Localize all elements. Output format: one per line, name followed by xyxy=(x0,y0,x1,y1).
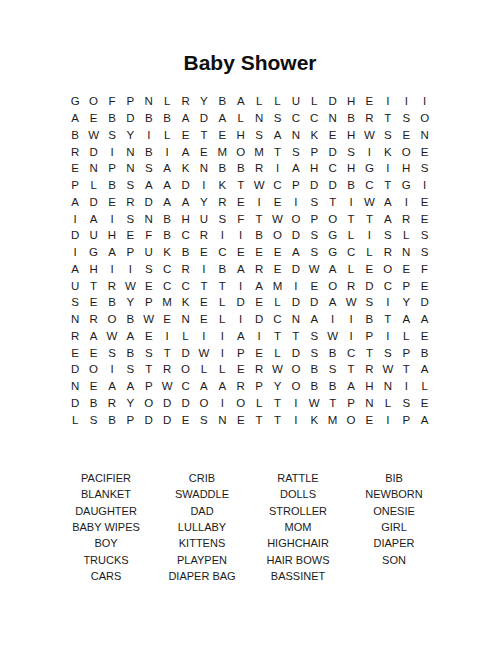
grid-cell: T xyxy=(140,361,158,378)
grid-cell: A xyxy=(415,411,433,428)
grid-cell: L xyxy=(232,110,250,127)
grid-cell: P xyxy=(103,160,121,177)
grid-cell: P xyxy=(121,93,139,110)
grid-cell: E xyxy=(305,277,323,294)
grid-cell: D xyxy=(195,110,213,127)
grid-cell: S xyxy=(379,127,397,144)
grid-cell: S xyxy=(415,160,433,177)
grid-cell: E xyxy=(103,194,121,211)
grid-cell: B xyxy=(213,261,231,278)
grid-cell: W xyxy=(121,277,139,294)
grid-cell: G xyxy=(84,244,102,261)
word-list-item: NEWBORN xyxy=(346,486,442,502)
grid-cell: I xyxy=(397,194,415,211)
grid-cell: N xyxy=(379,378,397,395)
grid-cell: I xyxy=(397,378,415,395)
grid-cell: B xyxy=(140,143,158,160)
grid-cell: E xyxy=(397,261,415,278)
grid-cell: L xyxy=(268,344,286,361)
grid-cell: S xyxy=(287,143,305,160)
grid-cell: R xyxy=(176,261,194,278)
grid-cell: E xyxy=(195,244,213,261)
grid-cell: U xyxy=(140,244,158,261)
grid-cell: S xyxy=(305,227,323,244)
grid-cell: C xyxy=(176,227,194,244)
grid-cell: D xyxy=(323,143,341,160)
grid-cell: E xyxy=(84,344,102,361)
grid-cell: K xyxy=(305,127,323,144)
grid-cell: E xyxy=(232,411,250,428)
grid-cell: B xyxy=(213,93,231,110)
grid-cell: R xyxy=(103,395,121,412)
word-list-item: KITTENS xyxy=(154,535,250,551)
grid-cell: A xyxy=(268,127,286,144)
grid-cell: N xyxy=(287,127,305,144)
grid-cell: M xyxy=(250,143,268,160)
word-list-item: LULLABY xyxy=(154,519,250,535)
grid-cell: D xyxy=(232,294,250,311)
grid-cell: B xyxy=(103,177,121,194)
grid-cell: U xyxy=(195,210,213,227)
grid-cell: B xyxy=(323,344,341,361)
word-list-item: SON xyxy=(346,551,442,567)
grid-cell: K xyxy=(158,244,176,261)
grid-cell: O xyxy=(232,395,250,412)
grid-cell: B xyxy=(121,311,139,328)
word-list-item: DOLLS xyxy=(250,486,346,502)
grid-cell: N xyxy=(415,127,433,144)
grid-cell: P xyxy=(397,344,415,361)
grid-cell: D xyxy=(66,227,84,244)
grid-cell: R xyxy=(66,328,84,345)
grid-cell: E xyxy=(176,127,194,144)
grid-cell: H xyxy=(360,378,378,395)
grid-cell: C xyxy=(213,244,231,261)
grid-cell: S xyxy=(66,294,84,311)
grid-cell: D xyxy=(287,294,305,311)
grid-cell: A xyxy=(323,294,341,311)
grid-cell: E xyxy=(323,127,341,144)
grid-cell: A xyxy=(66,194,84,211)
grid-cell: T xyxy=(195,127,213,144)
grid-cell: A xyxy=(323,261,341,278)
grid-cell: H xyxy=(84,261,102,278)
grid-cell: L xyxy=(158,127,176,144)
grid-cell: L xyxy=(268,93,286,110)
word-list-item: TRUCKS xyxy=(58,551,154,567)
grid-cell: C xyxy=(379,277,397,294)
word-list-item: CRIB xyxy=(154,470,250,486)
grid-cell: A xyxy=(176,194,194,211)
grid-cell: S xyxy=(305,194,323,211)
grid-cell: T xyxy=(250,411,268,428)
grid-cell: W xyxy=(379,361,397,378)
word-list-item: SWADDLE xyxy=(154,486,250,502)
grid-cell: P xyxy=(232,344,250,361)
grid-cell: K xyxy=(213,177,231,194)
grid-cell: D xyxy=(287,344,305,361)
grid-cell: L xyxy=(195,361,213,378)
grid-cell: O xyxy=(323,277,341,294)
grid-cell: T xyxy=(323,395,341,412)
grid-cell: W xyxy=(360,194,378,211)
word-list-item: MOM xyxy=(250,519,346,535)
grid-cell: T xyxy=(323,194,341,211)
grid-cell: L xyxy=(397,227,415,244)
grid-cell: E xyxy=(195,294,213,311)
grid-cell: O xyxy=(195,395,213,412)
grid-cell: D xyxy=(360,277,378,294)
grid-cell: D xyxy=(323,177,341,194)
grid-cell: S xyxy=(397,110,415,127)
grid-cell: A xyxy=(158,194,176,211)
word-list-item: HAIR BOWS xyxy=(250,551,346,567)
worksheet-page: Baby Shower GOFPNLRYBALLULDHEIIIAEBDBBAD… xyxy=(0,0,500,647)
grid-cell: I xyxy=(287,277,305,294)
grid-cell: D xyxy=(287,227,305,244)
grid-cell: S xyxy=(140,261,158,278)
grid-cell: T xyxy=(213,277,231,294)
grid-cell: R xyxy=(121,194,139,211)
grid-cell: A xyxy=(379,194,397,211)
grid-cell: T xyxy=(342,210,360,227)
grid-cell: P xyxy=(121,244,139,261)
word-list-item: HIGHCHAIR xyxy=(250,535,346,551)
grid-cell: I xyxy=(379,411,397,428)
grid-cell: E xyxy=(232,361,250,378)
grid-cell: I xyxy=(66,210,84,227)
grid-cell: N xyxy=(176,311,194,328)
grid-cell: E xyxy=(360,93,378,110)
grid-cell: D xyxy=(121,110,139,127)
grid-cell: R xyxy=(103,277,121,294)
grid-cell: S xyxy=(415,244,433,261)
grid-cell: W xyxy=(342,294,360,311)
grid-cell: W xyxy=(268,361,286,378)
grid-cell: P xyxy=(397,411,415,428)
grid-cell: C xyxy=(287,110,305,127)
word-list-item: GIRL xyxy=(346,519,442,535)
grid-cell: B xyxy=(176,244,194,261)
grid-cell: T xyxy=(232,177,250,194)
grid-cell: T xyxy=(397,361,415,378)
grid-cell: A xyxy=(158,177,176,194)
grid-cell: E xyxy=(158,311,176,328)
grid-cell: E xyxy=(84,110,102,127)
word-list-item: CARS xyxy=(58,568,154,584)
grid-cell: R xyxy=(250,261,268,278)
grid-cell: E xyxy=(415,328,433,345)
grid-cell: P xyxy=(287,177,305,194)
grid-cell: G xyxy=(66,93,84,110)
grid-cell: I xyxy=(158,328,176,345)
grid-cell: C xyxy=(176,378,194,395)
grid-cell: R xyxy=(158,361,176,378)
grid-cell: A xyxy=(213,110,231,127)
grid-cell: R xyxy=(176,93,194,110)
grid-cell: I xyxy=(195,328,213,345)
grid-cell: C xyxy=(342,244,360,261)
grid-cell: I xyxy=(323,311,341,328)
grid-cell: T xyxy=(268,395,286,412)
grid-cell: I xyxy=(213,344,231,361)
grid-cell: S xyxy=(103,344,121,361)
grid-cell: O xyxy=(287,378,305,395)
grid-cell: C xyxy=(342,344,360,361)
grid-cell: S xyxy=(140,344,158,361)
grid-cell: S xyxy=(140,160,158,177)
grid-cell: E xyxy=(250,294,268,311)
grid-cell: B xyxy=(342,110,360,127)
grid-cell: L xyxy=(213,361,231,378)
word-list-item: RATTLE xyxy=(250,470,346,486)
grid-cell: A xyxy=(121,328,139,345)
grid-cell: T xyxy=(287,328,305,345)
grid-cell: W xyxy=(158,378,176,395)
grid-cell: D xyxy=(140,411,158,428)
grid-cell: A xyxy=(232,93,250,110)
grid-cell: L xyxy=(342,261,360,278)
grid-cell: T xyxy=(360,344,378,361)
grid-cell: I xyxy=(268,160,286,177)
grid-cell: T xyxy=(342,361,360,378)
grid-cell: R xyxy=(195,227,213,244)
grid-cell: I xyxy=(213,227,231,244)
grid-cell: A xyxy=(103,244,121,261)
grid-cell: P xyxy=(140,378,158,395)
word-list-item: PLAYPEN xyxy=(154,551,250,567)
grid-cell: O xyxy=(287,210,305,227)
grid-cell: F xyxy=(140,227,158,244)
grid-cell: T xyxy=(379,311,397,328)
grid-cell: I xyxy=(397,93,415,110)
grid-cell: O xyxy=(342,411,360,428)
grid-cell: O xyxy=(176,361,194,378)
grid-cell: B xyxy=(360,311,378,328)
grid-cell: I xyxy=(342,328,360,345)
grid-cell: A xyxy=(213,378,231,395)
grid-cell: D xyxy=(415,294,433,311)
grid-cell: O xyxy=(268,227,286,244)
grid-cell: W xyxy=(103,328,121,345)
grid-cell: P xyxy=(250,378,268,395)
grid-cell: R xyxy=(342,277,360,294)
grid-cell: R xyxy=(84,311,102,328)
grid-cell: E xyxy=(66,344,84,361)
grid-cell: R xyxy=(232,378,250,395)
grid-cell: C xyxy=(305,110,323,127)
grid-cell: I xyxy=(103,261,121,278)
grid-cell: D xyxy=(158,411,176,428)
grid-cell: D xyxy=(176,395,194,412)
grid-cell: E xyxy=(397,127,415,144)
grid-cell: T xyxy=(379,177,397,194)
grid-cell: C xyxy=(360,177,378,194)
grid-cell: B xyxy=(415,344,433,361)
grid-cell: I xyxy=(232,227,250,244)
word-list-item: DAD xyxy=(154,503,250,519)
grid-cell: G xyxy=(397,177,415,194)
grid-cell: I xyxy=(379,328,397,345)
grid-cell: G xyxy=(323,244,341,261)
grid-cell: E xyxy=(415,194,433,211)
grid-cell: Y xyxy=(268,378,286,395)
grid-cell: H xyxy=(176,210,194,227)
grid-cell: N xyxy=(140,93,158,110)
grid-cell: N xyxy=(250,110,268,127)
grid-cell: Y xyxy=(121,127,139,144)
grid-cell: L xyxy=(250,395,268,412)
grid-cell: M xyxy=(213,143,231,160)
grid-cell: P xyxy=(397,277,415,294)
grid-cell: S xyxy=(268,110,286,127)
grid-cell: E xyxy=(360,261,378,278)
grid-cell: B xyxy=(323,378,341,395)
grid-cell: A xyxy=(66,261,84,278)
grid-cell: I xyxy=(415,177,433,194)
grid-cell: O xyxy=(84,93,102,110)
grid-cell: E xyxy=(415,277,433,294)
grid-cell: H xyxy=(342,127,360,144)
grid-cell: L xyxy=(84,177,102,194)
grid-cell: E xyxy=(195,311,213,328)
grid-cell: A xyxy=(232,328,250,345)
grid-cell: S xyxy=(195,411,213,428)
grid-cell: L xyxy=(66,411,84,428)
grid-cell: S xyxy=(360,294,378,311)
grid-cell: R xyxy=(360,361,378,378)
grid-cell: T xyxy=(268,143,286,160)
grid-cell: I xyxy=(287,395,305,412)
grid-cell: K xyxy=(305,411,323,428)
word-list-item: ONESIE xyxy=(346,503,442,519)
grid-cell: A xyxy=(415,361,433,378)
grid-cell: N xyxy=(66,311,84,328)
grid-cell: E xyxy=(84,294,102,311)
grid-cell: W xyxy=(84,127,102,144)
grid-cell: M xyxy=(158,294,176,311)
grid-cell: B xyxy=(342,177,360,194)
grid-cell: I xyxy=(232,277,250,294)
grid-cell: A xyxy=(176,110,194,127)
grid-cell: Y xyxy=(121,294,139,311)
grid-cell: R xyxy=(360,110,378,127)
grid-cell: I xyxy=(287,411,305,428)
grid-cell: N xyxy=(195,160,213,177)
grid-cell: P xyxy=(305,143,323,160)
grid-cell: F xyxy=(415,261,433,278)
grid-cell: B xyxy=(103,411,121,428)
grid-cell: I xyxy=(213,395,231,412)
grid-cell: E xyxy=(268,261,286,278)
grid-cell: I xyxy=(379,294,397,311)
grid-cell: N xyxy=(121,160,139,177)
grid-cell: A xyxy=(158,160,176,177)
grid-cell: U xyxy=(287,93,305,110)
grid-cell: S xyxy=(103,127,121,144)
grid-cell: A xyxy=(305,311,323,328)
grid-cell: N xyxy=(323,110,341,127)
grid-cell: P xyxy=(342,395,360,412)
grid-cell: S xyxy=(84,411,102,428)
grid-cell: O xyxy=(103,311,121,328)
grid-cell: L xyxy=(268,294,286,311)
grid-cell: Y xyxy=(121,395,139,412)
grid-cell: I xyxy=(379,93,397,110)
grid-cell: K xyxy=(176,160,194,177)
grid-cell: T xyxy=(268,411,286,428)
grid-cell: O xyxy=(397,143,415,160)
grid-cell: D xyxy=(287,261,305,278)
grid-cell: R xyxy=(213,194,231,211)
grid-cell: N xyxy=(66,378,84,395)
grid-cell: W xyxy=(268,210,286,227)
grid-cell: E xyxy=(213,127,231,144)
grid-cell: I xyxy=(360,227,378,244)
grid-cell: D xyxy=(140,194,158,211)
grid-cell: P xyxy=(360,328,378,345)
grid-cell: I xyxy=(379,160,397,177)
grid-cell: E xyxy=(176,411,194,428)
word-list-item: STROLLER xyxy=(250,503,346,519)
grid-cell: T xyxy=(360,210,378,227)
grid-cell: D xyxy=(66,361,84,378)
grid-cell: E xyxy=(360,411,378,428)
grid-cell: S xyxy=(305,244,323,261)
grid-cell: A xyxy=(342,378,360,395)
grid-cell: W xyxy=(305,261,323,278)
grid-cell: B xyxy=(232,160,250,177)
grid-cell: A xyxy=(195,378,213,395)
grid-cell: T xyxy=(195,277,213,294)
grid-cell: N xyxy=(140,210,158,227)
grid-cell: A xyxy=(103,378,121,395)
grid-cell: I xyxy=(66,244,84,261)
grid-cell: A xyxy=(232,261,250,278)
grid-cell: C xyxy=(323,160,341,177)
grid-cell: L xyxy=(305,93,323,110)
grid-cell: I xyxy=(250,328,268,345)
grid-cell: L xyxy=(213,311,231,328)
grid-cell: H xyxy=(342,160,360,177)
grid-cell: O xyxy=(323,210,341,227)
grid-cell: W xyxy=(305,395,323,412)
grid-cell: K xyxy=(379,143,397,160)
grid-cell: E xyxy=(268,194,286,211)
grid-cell: D xyxy=(158,395,176,412)
grid-cell: L xyxy=(360,244,378,261)
grid-cell: E xyxy=(250,344,268,361)
grid-cell: H xyxy=(305,160,323,177)
grid-cell: S xyxy=(250,127,268,144)
grid-cell: S xyxy=(121,210,139,227)
grid-cell: E xyxy=(140,328,158,345)
grid-cell: B xyxy=(158,227,176,244)
grid-cell: I xyxy=(140,127,158,144)
grid-cell: Y xyxy=(195,93,213,110)
grid-cell: N xyxy=(84,160,102,177)
grid-cell: I xyxy=(250,194,268,211)
grid-cell: A xyxy=(84,210,102,227)
grid-cell: I xyxy=(232,311,250,328)
grid-cell: N xyxy=(360,395,378,412)
grid-cell: N xyxy=(121,143,139,160)
grid-cell: B xyxy=(305,361,323,378)
grid-cell: I xyxy=(287,194,305,211)
grid-cell: S xyxy=(397,395,415,412)
grid-cell: E xyxy=(66,160,84,177)
grid-cell: L xyxy=(213,294,231,311)
